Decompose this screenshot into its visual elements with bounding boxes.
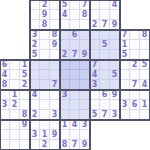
sudoku-cell-r8c9: 3 xyxy=(90,80,100,90)
sudoku-cell-r2c4: 8 xyxy=(40,20,50,30)
sudoku-cell-r9c3: 4 xyxy=(30,90,40,100)
sudoku-cell-r3c8[interactable] xyxy=(80,30,90,40)
sudoku-cell-r11c4[interactable] xyxy=(40,110,50,120)
sudoku-cell-r8c11[interactable] xyxy=(110,80,120,90)
sudoku-cell-r7c6[interactable] xyxy=(60,70,70,80)
sudoku-cell-r4c14[interactable] xyxy=(140,40,150,50)
sudoku-cell-r10c14: 1 xyxy=(140,100,150,110)
sudoku-cell-r5c7: 7 xyxy=(70,50,80,60)
sudoku-cell-r13c1[interactable] xyxy=(10,130,20,140)
sudoku-cell-r9c1: 1 xyxy=(10,90,20,100)
sudoku-cell-r5c13[interactable] xyxy=(130,50,140,60)
sudoku-cell-r8c1[interactable] xyxy=(10,80,20,90)
sudoku-board: 2574948827938678295152795617254545827374… xyxy=(0,0,150,150)
sudoku-cell-r9c13[interactable] xyxy=(130,90,140,100)
sudoku-cell-r14c3[interactable] xyxy=(30,140,40,150)
sudoku-cell-r0c10[interactable] xyxy=(100,0,110,10)
sudoku-cell-r9c12[interactable] xyxy=(120,90,130,100)
sudoku-cell-r2c3[interactable] xyxy=(30,20,40,30)
sudoku-cell-r8c4[interactable] xyxy=(40,80,50,90)
sudoku-cell-r0c9[interactable] xyxy=(90,0,100,10)
sudoku-cell-r6c6[interactable] xyxy=(60,60,70,70)
sudoku-cell-r10c3[interactable] xyxy=(30,100,40,110)
sudoku-cell-r2c9: 2 xyxy=(90,20,100,30)
sudoku-cell-r8c8[interactable] xyxy=(80,80,90,90)
sudoku-cell-r10c9[interactable] xyxy=(90,100,100,110)
sudoku-cell-r2c7[interactable] xyxy=(70,20,80,30)
sudoku-cell-r10c12: 3 xyxy=(120,100,130,110)
sudoku-cell-r11c8[interactable] xyxy=(80,110,90,120)
sudoku-cell-r11c1[interactable] xyxy=(10,110,20,120)
sudoku-cell-r9c8[interactable] xyxy=(80,90,90,100)
sudoku-cell-r12c5[interactable] xyxy=(50,120,60,130)
sudoku-cell-r8c3[interactable] xyxy=(30,80,40,90)
sudoku-cell-r10c2[interactable] xyxy=(20,100,30,110)
sudoku-cell-r0c7[interactable] xyxy=(70,0,80,10)
sudoku-cell-r0c5[interactable] xyxy=(50,0,60,10)
sudoku-cell-r14c1[interactable] xyxy=(10,140,20,150)
sudoku-cell-r14c2[interactable] xyxy=(20,140,30,150)
sudoku-cell-r6c11[interactable] xyxy=(110,60,120,70)
sudoku-cell-r12c4[interactable] xyxy=(40,120,50,130)
sudoku-cell-r7c11: 5 xyxy=(110,70,120,80)
sudoku-cell-r13c7[interactable] xyxy=(70,130,80,140)
sudoku-cell-r8c13: 7 xyxy=(130,80,140,90)
sudoku-cell-r0c11: 4 xyxy=(110,0,120,10)
sudoku-cell-r3c6[interactable] xyxy=(60,30,70,40)
sudoku-cell-r1c3[interactable] xyxy=(30,10,40,20)
sudoku-cell-r5c14[interactable] xyxy=(140,50,150,60)
sudoku-cell-r9c14[interactable] xyxy=(140,90,150,100)
sudoku-cell-r14c4: 2 xyxy=(40,140,50,150)
sudoku-cell-r1c7[interactable] xyxy=(70,10,80,20)
sudoku-cell-r11c0[interactable] xyxy=(0,110,10,120)
sudoku-cell-r8c5: 7 xyxy=(50,80,60,90)
sudoku-cell-r6c14: 5 xyxy=(140,60,150,70)
sudoku-cell-r5c6: 2 xyxy=(60,50,70,60)
sudoku-cell-r4c6[interactable] xyxy=(60,40,70,50)
sudoku-cell-r1c8: 8 xyxy=(80,10,90,20)
sudoku-cell-r14c5[interactable] xyxy=(50,140,60,150)
sudoku-cell-r11c13[interactable] xyxy=(130,110,140,120)
sudoku-cell-r9c2[interactable] xyxy=(20,90,30,100)
sudoku-cell-r6c13: 2 xyxy=(130,60,140,70)
sudoku-cell-r9c5[interactable] xyxy=(50,90,60,100)
sudoku-cell-r8c7[interactable] xyxy=(70,80,80,90)
sudoku-cell-r6c5[interactable] xyxy=(50,60,60,70)
sudoku-cell-r5c11[interactable] xyxy=(110,50,120,60)
sudoku-cell-r0c6: 5 xyxy=(60,0,70,10)
sudoku-cell-r12c7: 4 xyxy=(70,120,80,130)
sudoku-cell-r3c10[interactable] xyxy=(100,30,110,40)
sudoku-cell-r12c8: 3 xyxy=(80,120,90,130)
sudoku-cell-r4c10: 5 xyxy=(100,40,110,50)
sudoku-cell-r13c2[interactable] xyxy=(20,130,30,140)
sudoku-cell-r12c3[interactable] xyxy=(30,120,40,130)
sudoku-cell-r11c9: 5 xyxy=(90,110,100,120)
sudoku-cell-r6c12[interactable] xyxy=(120,60,130,70)
sudoku-cell-r7c12[interactable] xyxy=(120,70,130,80)
sudoku-cell-r7c14[interactable] xyxy=(140,70,150,80)
sudoku-cell-r12c6: 1 xyxy=(60,120,70,130)
sudoku-cell-r8c6[interactable] xyxy=(60,80,70,90)
sudoku-cell-r6c8[interactable] xyxy=(80,60,90,70)
sudoku-cell-r2c8[interactable] xyxy=(80,20,90,30)
sudoku-cell-r6c1[interactable] xyxy=(10,60,20,70)
sudoku-cell-r0c8: 7 xyxy=(80,0,90,10)
sudoku-cell-r4c13[interactable] xyxy=(130,40,140,50)
sudoku-cell-r1c11[interactable] xyxy=(110,10,120,20)
sudoku-cell-r14c0[interactable] xyxy=(0,140,10,150)
sudoku-cell-r2c10: 7 xyxy=(100,20,110,30)
sudoku-cell-r9c0[interactable] xyxy=(0,90,10,100)
sudoku-cell-r13c5: 9 xyxy=(50,130,60,140)
sudoku-cell-r5c4[interactable] xyxy=(40,50,50,60)
sudoku-cell-r2c6[interactable] xyxy=(60,20,70,30)
sudoku-cell-r10c6[interactable] xyxy=(60,100,70,110)
sudoku-cell-r4c9[interactable] xyxy=(90,40,100,50)
sudoku-cell-r4c4[interactable] xyxy=(40,40,50,50)
sudoku-cell-r8c12[interactable] xyxy=(120,80,130,90)
sudoku-cell-r13c6[interactable] xyxy=(60,130,70,140)
sudoku-cell-r4c3: 2 xyxy=(30,40,40,50)
sudoku-cell-r5c3: 5 xyxy=(30,50,40,60)
sudoku-cell-r5c10[interactable] xyxy=(100,50,110,60)
sudoku-cell-r10c8[interactable] xyxy=(80,100,90,110)
sudoku-cell-r5c8: 9 xyxy=(80,50,90,60)
sudoku-cell-r6c2: 1 xyxy=(20,60,30,70)
sudoku-cell-r14c6: 8 xyxy=(60,140,70,150)
sudoku-cell-r3c4[interactable] xyxy=(40,30,50,40)
sudoku-cell-r7c13[interactable] xyxy=(130,70,140,80)
sudoku-cell-r10c10[interactable] xyxy=(100,100,110,110)
sudoku-cell-r10c7[interactable] xyxy=(70,100,80,110)
sudoku-cell-r4c5: 9 xyxy=(50,40,60,50)
sudoku-cell-r3c12: 7 xyxy=(120,30,130,40)
sudoku-cell-r7c8[interactable] xyxy=(80,70,90,80)
sudoku-cell-r5c12: 5 xyxy=(120,50,130,60)
sudoku-cell-r2c5[interactable] xyxy=(50,20,60,30)
sudoku-cell-r8c0: 8 xyxy=(0,80,10,90)
sudoku-cell-r11c14[interactable] xyxy=(140,110,150,120)
sudoku-cell-r11c5: 3 xyxy=(50,110,60,120)
sudoku-cell-r6c9: 7 xyxy=(90,60,100,70)
sudoku-cell-r12c2: 9 xyxy=(20,120,30,130)
sudoku-cell-r1c10[interactable] xyxy=(100,10,110,20)
sudoku-cell-r13c4: 1 xyxy=(40,130,50,140)
sudoku-cell-r7c1[interactable] xyxy=(10,70,20,80)
sudoku-cell-r11c6[interactable] xyxy=(60,110,70,120)
sudoku-cell-r8c10[interactable] xyxy=(100,80,110,90)
sudoku-cell-r9c6: 3 xyxy=(60,90,70,100)
sudoku-cell-r9c4[interactable] xyxy=(40,90,50,100)
sudoku-cell-r2c11: 9 xyxy=(110,20,120,30)
sudoku-cell-r7c7[interactable] xyxy=(70,70,80,80)
sudoku-cell-r1c6: 4 xyxy=(60,10,70,20)
sudoku-cell-r5c5[interactable] xyxy=(50,50,60,60)
sudoku-cell-r7c2: 5 xyxy=(20,70,30,80)
sudoku-cell-r12c0[interactable] xyxy=(0,120,10,130)
sudoku-cell-r11c11: 3 xyxy=(110,110,120,120)
sudoku-cell-r10c1: 2 xyxy=(10,100,20,110)
sudoku-cell-r6c10[interactable] xyxy=(100,60,110,70)
sudoku-cell-r7c9: 4 xyxy=(90,70,100,80)
sudoku-cell-r4c8[interactable] xyxy=(80,40,90,50)
sudoku-cell-r4c12: 1 xyxy=(120,40,130,50)
sudoku-cell-r3c11[interactable] xyxy=(110,30,120,40)
sudoku-cell-r14c7: 7 xyxy=(70,140,80,150)
sudoku-cell-r10c11[interactable] xyxy=(110,100,120,110)
sudoku-cell-r4c11[interactable] xyxy=(110,40,120,50)
sudoku-cell-r3c5: 8 xyxy=(50,30,60,40)
sudoku-cell-r0c3[interactable] xyxy=(30,0,40,10)
sudoku-cell-r13c0[interactable] xyxy=(0,130,10,140)
sudoku-cell-r10c13: 6 xyxy=(130,100,140,110)
sudoku-cell-r3c7: 6 xyxy=(70,30,80,40)
sudoku-cell-r10c4[interactable] xyxy=(40,100,50,110)
sudoku-cell-r11c3: 2 xyxy=(30,110,40,120)
sudoku-cell-r13c3: 3 xyxy=(30,130,40,140)
sudoku-cell-r6c3[interactable] xyxy=(30,60,40,70)
sudoku-cell-r13c8[interactable] xyxy=(80,130,90,140)
sudoku-cell-r9c7[interactable] xyxy=(70,90,80,100)
sudoku-cell-r10c0: 3 xyxy=(0,100,10,110)
sudoku-cell-r3c14: 8 xyxy=(140,30,150,40)
sudoku-cell-r9c9[interactable] xyxy=(90,90,100,100)
sudoku-cell-r11c2: 8 xyxy=(20,110,30,120)
sudoku-cell-r4c7[interactable] xyxy=(70,40,80,50)
sudoku-cell-r8c2: 2 xyxy=(20,80,30,90)
sudoku-cell-r12c1[interactable] xyxy=(10,120,20,130)
sudoku-cell-r11c10: 7 xyxy=(100,110,110,120)
sudoku-cell-r6c4[interactable] xyxy=(40,60,50,70)
sudoku-cell-r3c13[interactable] xyxy=(130,30,140,40)
sudoku-cell-r3c3: 3 xyxy=(30,30,40,40)
sudoku-cell-r7c0: 4 xyxy=(0,70,10,80)
sudoku-cell-r11c12[interactable] xyxy=(120,110,130,120)
sudoku-cell-r9c11: 9 xyxy=(110,90,120,100)
sudoku-cell-r9c10: 6 xyxy=(100,90,110,100)
sudoku-cell-r11c7[interactable] xyxy=(70,110,80,120)
sudoku-cell-r7c3[interactable] xyxy=(30,70,40,80)
sudoku-cell-r7c5[interactable] xyxy=(50,70,60,80)
sudoku-cell-r1c5[interactable] xyxy=(50,10,60,20)
sudoku-cell-r1c4: 9 xyxy=(40,10,50,20)
sudoku-cell-r10c5[interactable] xyxy=(50,100,60,110)
sudoku-cell-r6c0: 6 xyxy=(0,60,10,70)
sudoku-cell-r1c9[interactable] xyxy=(90,10,100,20)
sudoku-cell-r0c4: 2 xyxy=(40,0,50,10)
sudoku-cell-r5c9[interactable] xyxy=(90,50,100,60)
sudoku-cell-r7c10[interactable] xyxy=(100,70,110,80)
sudoku-cell-r6c7[interactable] xyxy=(70,60,80,70)
sudoku-cell-r8c14: 4 xyxy=(140,80,150,90)
sudoku-cell-r7c4[interactable] xyxy=(40,70,50,80)
sudoku-cell-r3c9[interactable] xyxy=(90,30,100,40)
sudoku-cell-r14c8: 9 xyxy=(80,140,90,150)
